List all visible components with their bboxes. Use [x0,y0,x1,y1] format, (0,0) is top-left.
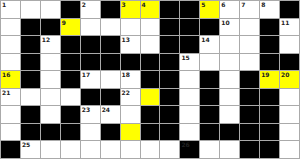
clue-number-13: 13 [122,36,130,43]
cell-r5-c13-black [260,89,279,106]
cell-r1-c7-white[interactable] [141,19,160,36]
clue-number-10: 10 [221,19,229,26]
cell-r6-c10-black [200,106,219,123]
cell-r3-c10-white[interactable] [200,54,219,71]
clue-number-19: 19 [261,71,269,78]
cell-r1-c12-white[interactable] [240,19,259,36]
clue-number-23: 23 [82,106,90,113]
cell-r2-c14-white[interactable] [280,36,299,53]
cell-r2-c6-white[interactable]: 13 [121,36,140,53]
cell-r3-c9-white[interactable]: 15 [180,54,199,71]
clue-number-1: 1 [2,1,6,8]
clue-number-20: 20 [281,71,289,78]
clue-number-25: 25 [22,141,30,148]
cell-r8-c14-white[interactable] [280,141,299,158]
cell-r2-c2-white[interactable]: 12 [41,36,60,53]
cell-r1-c10-black [200,19,219,36]
cell-r3-c0-white[interactable] [1,54,20,71]
cell-r7-c3-black [61,124,80,141]
clue-number-3: 3 [122,1,126,8]
cell-r0-c11-white[interactable]: 6 [220,1,239,18]
cell-r6-c6-white[interactable] [121,106,140,123]
clue-number-9: 9 [62,19,66,26]
cell-r2-c3-black [61,36,80,53]
cell-r4-c2-white[interactable] [41,71,60,88]
cell-r1-c11-white[interactable]: 10 [220,19,239,36]
clue-number-11: 11 [281,19,289,26]
cell-r1-c9-black [180,19,199,36]
cell-r8-c13-black [260,141,279,158]
cell-r7-c1-black [21,124,40,141]
cell-r1-c1-black [21,19,40,36]
clue-number-26: 26 [181,141,189,148]
cell-r4-c6-white[interactable]: 18 [121,71,140,88]
crossword-grid: 1234567891011121314151617181920212223242… [1,1,299,158]
cell-r5-c6-white[interactable]: 22 [121,89,140,106]
cell-r4-c0-yellow[interactable]: 16 [1,71,20,88]
cell-r1-c14-white[interactable]: 11 [280,19,299,36]
cell-r7-c0-white[interactable] [1,124,20,141]
cell-r5-c2-white[interactable] [41,89,60,106]
cell-r2-c0-white[interactable] [1,36,20,53]
clue-number-7: 7 [241,1,245,8]
cell-r5-c5-black [101,89,120,106]
cell-r5-c1-white[interactable] [21,89,40,106]
cell-r6-c5-white[interactable]: 24 [101,106,120,123]
clue-number-14: 14 [201,36,209,43]
cell-r4-c14-yellow[interactable]: 20 [280,71,299,88]
cell-r7-c12-black [240,124,259,141]
cell-r4-c11-white[interactable] [220,71,239,88]
cell-r4-c7-black [141,71,160,88]
cell-r4-c4-white[interactable]: 17 [81,71,100,88]
cell-r6-c8-black [160,106,179,123]
cell-r0-c7-yellow[interactable]: 4 [141,1,160,18]
cell-r7-c11-black [220,124,239,141]
cell-r1-c4-white[interactable] [81,19,100,36]
cell-r1-c6-white[interactable] [121,19,140,36]
cell-r5-c7-yellow[interactable] [141,89,160,106]
cell-r4-c12-black [240,71,259,88]
cell-r7-c6-yellow[interactable] [121,124,140,141]
cell-r6-c14-white[interactable] [280,106,299,123]
cell-r8-c0-black [1,141,20,158]
cell-r8-c8-white[interactable] [160,141,179,158]
cell-r0-c1-white[interactable] [21,1,40,18]
clue-number-4: 4 [142,1,146,8]
cell-r7-c10-black [200,124,219,141]
cell-r8-c2-white[interactable] [41,141,60,158]
cell-r6-c7-black [141,106,160,123]
cell-r6-c1-black [21,106,40,123]
clue-number-6: 6 [221,1,225,8]
cell-r8-c11-white[interactable] [220,141,239,158]
cell-r8-c3-white[interactable] [61,141,80,158]
cell-r0-c5-black [101,1,120,18]
cell-r5-c8-black [160,89,179,106]
clue-number-21: 21 [2,89,10,96]
cell-r0-c10-yellow[interactable]: 5 [200,1,219,18]
cell-r1-c8-black [160,19,179,36]
cell-r8-c4-white[interactable] [81,141,100,158]
cell-r8-c10-white[interactable] [200,141,219,158]
cell-r3-c8-black [160,54,179,71]
clue-number-18: 18 [122,71,130,78]
cell-r3-c7-black [141,54,160,71]
cell-r4-c9-white[interactable] [180,71,199,88]
cell-r8-c12-black [240,141,259,158]
cell-r6-c0-white[interactable] [1,106,20,123]
clue-number-8: 8 [261,1,265,8]
cell-r3-c5-black [101,54,120,71]
cell-r8-c6-white[interactable] [121,141,140,158]
cell-r2-c12-white[interactable] [240,36,259,53]
cell-r0-c2-white[interactable] [41,1,60,18]
cell-r1-c5-white[interactable] [101,19,120,36]
cell-r6-c3-black [61,106,80,123]
cell-r2-c1-black [21,36,40,53]
cell-r0-c13-white[interactable]: 8 [260,1,279,18]
cell-r2-c8-black [160,36,179,53]
cell-r2-c11-white[interactable] [220,36,239,53]
cell-r6-c2-white[interactable] [41,106,60,123]
cell-r5-c4-black [81,89,100,106]
cell-r0-c0-white[interactable]: 1 [1,1,20,18]
cell-r3-c4-black [81,54,100,71]
cell-r2-c13-black [260,36,279,53]
cell-r5-c3-white[interactable] [61,89,80,106]
clue-number-17: 17 [82,71,90,78]
cell-r6-c11-white[interactable] [220,106,239,123]
cell-r2-c5-black [101,36,120,53]
crossword-puzzle: 1234567891011121314151617181920212223242… [0,0,300,159]
cell-r5-c14-white[interactable] [280,89,299,106]
cell-r8-c9-black: 26 [180,141,199,158]
cell-r7-c14-white[interactable] [280,124,299,141]
cell-r3-c13-black [260,54,279,71]
clue-number-5: 5 [201,1,205,8]
clue-number-2: 2 [82,1,86,8]
clue-number-15: 15 [181,54,189,61]
cell-r7-c8-black [160,124,179,141]
cell-r6-c13-black [260,106,279,123]
cell-r7-c5-black [101,124,120,141]
cell-r0-c6-yellow[interactable]: 3 [121,1,140,18]
cell-r5-c11-white[interactable] [220,89,239,106]
cell-r5-c9-white[interactable] [180,89,199,106]
cell-r0-c3-black [61,1,80,18]
cell-r2-c4-black [81,36,100,53]
cell-r5-c10-black [200,89,219,106]
cell-r1-c3-yellow[interactable]: 9 [61,19,80,36]
cell-r0-c9-black [180,1,199,18]
cell-r2-c9-black [180,36,199,53]
cell-r4-c1-black [21,71,40,88]
cell-r4-c8-black [160,71,179,88]
cell-r0-c12-white[interactable]: 7 [240,1,259,18]
cell-r5-c0-white[interactable]: 21 [1,89,20,106]
cell-r7-c2-black [41,124,60,141]
cell-r2-c7-white[interactable] [141,36,160,53]
cell-r3-c11-white[interactable] [220,54,239,71]
cell-r7-c9-white[interactable] [180,124,199,141]
cell-r0-c14-black [280,1,299,18]
cell-r8-c5-white[interactable] [101,141,120,158]
cell-r3-c6-black [121,54,140,71]
cell-r3-c1-black [21,54,40,71]
cell-r6-c12-black [240,106,259,123]
cell-r6-c4-white[interactable]: 23 [81,106,100,123]
cell-r7-c4-white[interactable] [81,124,100,141]
cell-r4-c5-white[interactable] [101,71,120,88]
clue-number-16: 16 [2,71,10,78]
cell-r3-c12-white[interactable] [240,54,259,71]
cell-r8-c1-white[interactable]: 25 [21,141,40,158]
cell-r7-c13-black [260,124,279,141]
cell-r4-c10-black [200,71,219,88]
cell-r0-c8-black [160,1,179,18]
cell-r1-c2-black [41,19,60,36]
cell-r3-c14-black [280,54,299,71]
cell-r1-c0-white[interactable] [1,19,20,36]
clue-number-12: 12 [42,36,50,43]
cell-r5-c12-black [240,89,259,106]
cell-r3-c3-black [61,54,80,71]
cell-r6-c9-white[interactable] [180,106,199,123]
cell-r4-c3-black [61,71,80,88]
clue-number-24: 24 [102,106,110,113]
cell-r2-c10-white[interactable]: 14 [200,36,219,53]
cell-r1-c13-black [260,19,279,36]
clue-number-22: 22 [122,89,130,96]
cell-r8-c7-white[interactable] [141,141,160,158]
cell-r3-c2-white[interactable] [41,54,60,71]
cell-r0-c4-white[interactable]: 2 [81,1,100,18]
cell-r7-c7-black [141,124,160,141]
cell-r4-c13-yellow[interactable]: 19 [260,71,279,88]
